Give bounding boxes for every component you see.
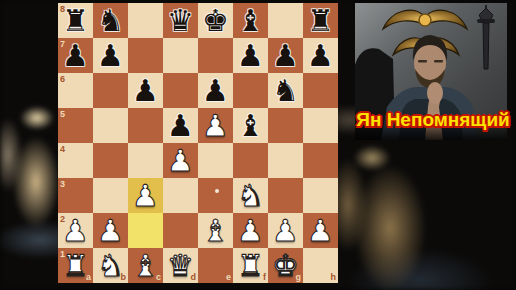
square-b3[interactable] [93, 178, 128, 213]
square-c4[interactable] [128, 143, 163, 178]
square-a8[interactable]: 8♜ [58, 3, 93, 38]
square-f6[interactable] [233, 73, 268, 108]
black-rook: ♜ [58, 3, 93, 38]
square-d5[interactable]: ♟ [163, 108, 198, 143]
square-g8[interactable] [268, 3, 303, 38]
white-rook: ♜ [58, 248, 93, 283]
black-rook: ♜ [303, 3, 338, 38]
square-d4[interactable]: ♟ [163, 143, 198, 178]
square-h6[interactable] [303, 73, 338, 108]
square-h5[interactable] [303, 108, 338, 143]
file-label: h [331, 273, 337, 282]
square-d1[interactable]: d♛ [163, 248, 198, 283]
square-a2[interactable]: 2♟ [58, 213, 93, 248]
square-f1[interactable]: f♜ [233, 248, 268, 283]
board-grid: 8♜♞♛♚♝♜7♟♟♟♟♟6♟♟♞5♟♟♝4♟3♟♞2♟♟♝♟♟♟1a♜b♞c♝… [58, 3, 338, 283]
white-pawn: ♟ [198, 108, 233, 143]
square-d8[interactable]: ♛ [163, 3, 198, 38]
square-c8[interactable] [128, 3, 163, 38]
black-pawn: ♟ [128, 73, 163, 108]
square-h3[interactable] [303, 178, 338, 213]
square-c1[interactable]: c♝ [128, 248, 163, 283]
square-a4[interactable]: 4 [58, 143, 93, 178]
black-king: ♚ [198, 3, 233, 38]
rank-label: 6 [60, 75, 65, 84]
stream-frame: 8♜♞♛♚♝♜7♟♟♟♟♟6♟♟♞5♟♟♝4♟3♟♞2♟♟♝♟♟♟1a♜b♞c♝… [0, 0, 516, 290]
black-knight: ♞ [93, 3, 128, 38]
square-e5[interactable]: ♟ [198, 108, 233, 143]
white-knight: ♞ [93, 248, 128, 283]
black-pawn: ♟ [58, 38, 93, 73]
black-pawn: ♟ [233, 38, 268, 73]
square-b7[interactable]: ♟ [93, 38, 128, 73]
square-b5[interactable] [93, 108, 128, 143]
square-g6[interactable]: ♞ [268, 73, 303, 108]
black-pawn: ♟ [198, 73, 233, 108]
square-b1[interactable]: b♞ [93, 248, 128, 283]
rank-label: 4 [60, 145, 65, 154]
square-g2[interactable]: ♟ [268, 213, 303, 248]
square-h7[interactable]: ♟ [303, 38, 338, 73]
white-pawn: ♟ [303, 213, 338, 248]
square-a6[interactable]: 6 [58, 73, 93, 108]
square-a1[interactable]: 1a♜ [58, 248, 93, 283]
rank-label: 5 [60, 110, 65, 119]
white-king: ♚ [268, 248, 303, 283]
file-label: e [226, 273, 231, 282]
square-h4[interactable] [303, 143, 338, 178]
black-pawn: ♟ [303, 38, 338, 73]
square-d7[interactable] [163, 38, 198, 73]
square-c2[interactable] [128, 213, 163, 248]
square-f5[interactable]: ♝ [233, 108, 268, 143]
square-g7[interactable]: ♟ [268, 38, 303, 73]
square-c7[interactable] [128, 38, 163, 73]
player-caption: Ян Непомнящий [350, 109, 516, 131]
white-pawn: ♟ [93, 213, 128, 248]
square-b8[interactable]: ♞ [93, 3, 128, 38]
square-e2[interactable]: ♝ [198, 213, 233, 248]
square-f8[interactable]: ♝ [233, 3, 268, 38]
square-g1[interactable]: g♚ [268, 248, 303, 283]
white-knight: ♞ [233, 178, 268, 213]
square-e7[interactable] [198, 38, 233, 73]
white-pawn: ♟ [58, 213, 93, 248]
white-pawn: ♟ [128, 178, 163, 213]
square-f4[interactable] [233, 143, 268, 178]
square-b2[interactable]: ♟ [93, 213, 128, 248]
square-b6[interactable] [93, 73, 128, 108]
white-pawn: ♟ [233, 213, 268, 248]
square-h2[interactable]: ♟ [303, 213, 338, 248]
black-knight: ♞ [268, 73, 303, 108]
square-a7[interactable]: 7♟ [58, 38, 93, 73]
square-e8[interactable]: ♚ [198, 3, 233, 38]
square-e6[interactable]: ♟ [198, 73, 233, 108]
square-e4[interactable] [198, 143, 233, 178]
square-c5[interactable] [128, 108, 163, 143]
black-queen: ♛ [163, 3, 198, 38]
square-f2[interactable]: ♟ [233, 213, 268, 248]
rank-label: 3 [60, 180, 65, 189]
mouse-cursor-dot [215, 189, 219, 193]
square-g4[interactable] [268, 143, 303, 178]
square-h1[interactable]: h [303, 248, 338, 283]
square-d3[interactable] [163, 178, 198, 213]
square-d2[interactable] [163, 213, 198, 248]
white-bishop: ♝ [198, 213, 233, 248]
white-pawn: ♟ [163, 143, 198, 178]
square-a3[interactable]: 3 [58, 178, 93, 213]
black-pawn: ♟ [163, 108, 198, 143]
black-bishop: ♝ [233, 3, 268, 38]
square-a5[interactable]: 5 [58, 108, 93, 143]
black-pawn: ♟ [93, 38, 128, 73]
square-c3[interactable]: ♟ [128, 178, 163, 213]
square-g3[interactable] [268, 178, 303, 213]
square-d6[interactable] [163, 73, 198, 108]
white-rook: ♜ [233, 248, 268, 283]
white-bishop: ♝ [128, 248, 163, 283]
square-b4[interactable] [93, 143, 128, 178]
square-h8[interactable]: ♜ [303, 3, 338, 38]
square-f3[interactable]: ♞ [233, 178, 268, 213]
square-g5[interactable] [268, 108, 303, 143]
square-f7[interactable]: ♟ [233, 38, 268, 73]
white-pawn: ♟ [268, 213, 303, 248]
square-e3[interactable] [198, 178, 233, 213]
white-queen: ♛ [163, 248, 198, 283]
square-c6[interactable]: ♟ [128, 73, 163, 108]
black-bishop: ♝ [233, 108, 268, 143]
square-e1[interactable]: e [198, 248, 233, 283]
black-pawn: ♟ [268, 38, 303, 73]
